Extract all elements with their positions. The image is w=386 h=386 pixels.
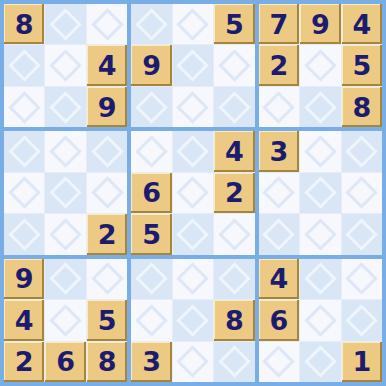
diamond-watermark-icon <box>8 177 41 210</box>
cell-r4c2[interactable] <box>45 131 85 171</box>
cell-r5c7[interactable] <box>259 173 299 213</box>
cell-r7c4[interactable] <box>131 259 171 299</box>
box-r1c3: 794258 <box>259 4 382 127</box>
cell-r3c4[interactable] <box>131 87 171 127</box>
diamond-watermark-icon <box>177 8 210 41</box>
cell-r9c3: 8 <box>87 342 127 382</box>
cell-r7c9[interactable] <box>342 259 382 299</box>
box-r3c2: 83 <box>131 259 254 382</box>
cell-r6c3: 2 <box>87 214 127 254</box>
box-r1c2: 59 <box>131 4 254 127</box>
diamond-watermark-icon <box>49 218 82 251</box>
cell-r1c6: 5 <box>214 4 254 44</box>
cell-r2c2[interactable] <box>45 45 85 85</box>
cell-r8c4[interactable] <box>131 300 171 340</box>
diamond-watermark-icon <box>135 304 168 337</box>
cell-r9c2: 6 <box>45 342 85 382</box>
cell-r4c3[interactable] <box>87 131 127 171</box>
diamond-watermark-icon <box>304 218 337 251</box>
diamond-watermark-icon <box>304 263 337 296</box>
cell-r6c1[interactable] <box>4 214 44 254</box>
cell-r1c3[interactable] <box>87 4 127 44</box>
cell-r8c5[interactable] <box>173 300 213 340</box>
cell-r3c7[interactable] <box>259 87 299 127</box>
cell-r4c1[interactable] <box>4 131 44 171</box>
cell-r8c9[interactable] <box>342 300 382 340</box>
cell-r3c5[interactable] <box>173 87 213 127</box>
diamond-watermark-icon <box>345 177 378 210</box>
cell-r5c6: 2 <box>214 173 254 213</box>
box-r2c2: 4625 <box>131 131 254 254</box>
cell-r3c1[interactable] <box>4 87 44 127</box>
diamond-watermark-icon <box>8 218 41 251</box>
cell-r2c4: 9 <box>131 45 171 85</box>
box-r2c1: 2 <box>4 131 127 254</box>
cell-r6c8[interactable] <box>300 214 340 254</box>
cell-r7c3[interactable] <box>87 259 127 299</box>
box-r1c1: 849 <box>4 4 127 127</box>
cell-r9c5[interactable] <box>173 342 213 382</box>
cell-r9c1: 2 <box>4 342 44 382</box>
cell-r5c3[interactable] <box>87 173 127 213</box>
box-r3c3: 461 <box>259 259 382 382</box>
diamond-watermark-icon <box>135 8 168 41</box>
cell-r9c7[interactable] <box>259 342 299 382</box>
cell-r3c9: 8 <box>342 87 382 127</box>
diamond-watermark-icon <box>8 135 41 168</box>
diamond-watermark-icon <box>135 263 168 296</box>
cell-r9c8[interactable] <box>300 342 340 382</box>
cell-r8c3: 5 <box>87 300 127 340</box>
cell-r2c5[interactable] <box>173 45 213 85</box>
cell-r8c2[interactable] <box>45 300 85 340</box>
diamond-watermark-icon <box>263 345 296 378</box>
cell-r8c6: 8 <box>214 300 254 340</box>
cell-r1c5[interactable] <box>173 4 213 44</box>
cell-r3c2[interactable] <box>45 87 85 127</box>
diamond-watermark-icon <box>91 263 124 296</box>
diamond-watermark-icon <box>345 218 378 251</box>
cell-r4c4[interactable] <box>131 131 171 171</box>
cell-r5c8[interactable] <box>300 173 340 213</box>
cell-r2c7: 2 <box>259 45 299 85</box>
diamond-watermark-icon <box>177 49 210 82</box>
cell-r5c5[interactable] <box>173 173 213 213</box>
diamond-watermark-icon <box>49 135 82 168</box>
diamond-watermark-icon <box>177 91 210 124</box>
diamond-watermark-icon <box>304 91 337 124</box>
cell-r3c3: 9 <box>87 87 127 127</box>
cell-r2c6[interactable] <box>214 45 254 85</box>
cell-r3c6[interactable] <box>214 87 254 127</box>
cell-r6c6[interactable] <box>214 214 254 254</box>
cell-r7c5[interactable] <box>173 259 213 299</box>
diamond-watermark-icon <box>177 304 210 337</box>
diamond-watermark-icon <box>345 304 378 337</box>
cell-r1c8: 9 <box>300 4 340 44</box>
diamond-watermark-icon <box>304 304 337 337</box>
cell-r5c9[interactable] <box>342 173 382 213</box>
cell-r1c9: 4 <box>342 4 382 44</box>
diamond-watermark-icon <box>135 91 168 124</box>
cell-r7c8[interactable] <box>300 259 340 299</box>
diamond-watermark-icon <box>8 49 41 82</box>
diamond-watermark-icon <box>177 263 210 296</box>
cell-r9c6[interactable] <box>214 342 254 382</box>
cell-r2c8[interactable] <box>300 45 340 85</box>
cell-r8c7: 6 <box>259 300 299 340</box>
diamond-watermark-icon <box>263 177 296 210</box>
cell-r5c4: 6 <box>131 173 171 213</box>
diamond-watermark-icon <box>177 218 210 251</box>
cell-r2c1[interactable] <box>4 45 44 85</box>
diamond-watermark-icon <box>49 177 82 210</box>
cell-r6c9[interactable] <box>342 214 382 254</box>
cell-r6c5[interactable] <box>173 214 213 254</box>
diamond-watermark-icon <box>304 177 337 210</box>
cell-r5c2[interactable] <box>45 173 85 213</box>
diamond-watermark-icon <box>177 177 210 210</box>
cell-r1c1: 8 <box>4 4 44 44</box>
diamond-watermark-icon <box>49 304 82 337</box>
diamond-watermark-icon <box>177 345 210 378</box>
cell-r4c8[interactable] <box>300 131 340 171</box>
diamond-watermark-icon <box>218 263 251 296</box>
cell-r9c4: 3 <box>131 342 171 382</box>
cell-r6c4: 5 <box>131 214 171 254</box>
cell-r8c8[interactable] <box>300 300 340 340</box>
diamond-watermark-icon <box>218 91 251 124</box>
box-r2c3: 3 <box>259 131 382 254</box>
diamond-watermark-icon <box>49 8 82 41</box>
diamond-watermark-icon <box>218 49 251 82</box>
diamond-watermark-icon <box>91 135 124 168</box>
cell-r7c7: 4 <box>259 259 299 299</box>
diamond-watermark-icon <box>263 218 296 251</box>
diamond-watermark-icon <box>49 91 82 124</box>
diamond-watermark-icon <box>345 135 378 168</box>
cell-r2c9: 5 <box>342 45 382 85</box>
cell-r1c7: 7 <box>259 4 299 44</box>
diamond-watermark-icon <box>304 345 337 378</box>
diamond-watermark-icon <box>135 135 168 168</box>
cell-r1c2[interactable] <box>45 4 85 44</box>
diamond-watermark-icon <box>218 345 251 378</box>
diamond-watermark-icon <box>49 263 82 296</box>
cell-r7c2[interactable] <box>45 259 85 299</box>
diamond-watermark-icon <box>49 49 82 82</box>
diamond-watermark-icon <box>304 49 337 82</box>
diamond-watermark-icon <box>263 91 296 124</box>
cell-r8c1: 4 <box>4 300 44 340</box>
diamond-watermark-icon <box>345 263 378 296</box>
diamond-watermark-icon <box>177 135 210 168</box>
diamond-watermark-icon <box>91 177 124 210</box>
cell-r3c8[interactable] <box>300 87 340 127</box>
sudoku-board: 8495979425824625394526883461 <box>0 0 386 386</box>
cell-r7c6[interactable] <box>214 259 254 299</box>
diamond-watermark-icon <box>304 135 337 168</box>
box-r3c1: 945268 <box>4 259 127 382</box>
cell-r4c7: 3 <box>259 131 299 171</box>
cell-r6c7[interactable] <box>259 214 299 254</box>
cell-r4c5[interactable] <box>173 131 213 171</box>
diamond-watermark-icon <box>218 218 251 251</box>
cell-r7c1: 9 <box>4 259 44 299</box>
cell-r5c1[interactable] <box>4 173 44 213</box>
diamond-watermark-icon <box>8 91 41 124</box>
cell-r6c2[interactable] <box>45 214 85 254</box>
cell-r4c9[interactable] <box>342 131 382 171</box>
cell-r1c4[interactable] <box>131 4 171 44</box>
cell-r9c9: 1 <box>342 342 382 382</box>
cell-r2c3: 4 <box>87 45 127 85</box>
cell-r4c6: 4 <box>214 131 254 171</box>
diamond-watermark-icon <box>91 8 124 41</box>
